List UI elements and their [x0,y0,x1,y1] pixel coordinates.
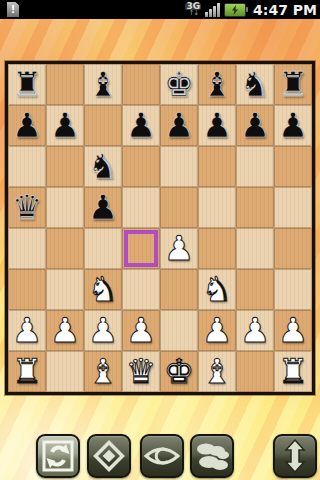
square-a5[interactable]: ♛ [8,187,46,228]
piece-white-pawn[interactable]: ♟ [236,310,274,350]
piece-white-knight[interactable]: ♞ [198,269,236,309]
eye-icon [143,437,181,475]
square-f6[interactable] [198,146,236,187]
square-d1[interactable]: ♛ [122,351,160,392]
square-a2[interactable]: ♟ [8,310,46,351]
square-d3[interactable] [122,269,160,310]
piece-white-rook[interactable]: ♜ [8,351,46,391]
square-b2[interactable]: ♟ [46,310,84,351]
square-b7[interactable]: ♟ [46,105,84,146]
piece-black-queen[interactable]: ♛ [8,187,46,227]
square-b4[interactable] [46,228,84,269]
square-e2[interactable] [160,310,198,351]
square-h5[interactable] [274,187,312,228]
square-e6[interactable] [160,146,198,187]
piece-white-bishop[interactable]: ♝ [198,351,236,391]
piece-white-king[interactable]: ♚ [160,351,198,391]
piece-black-knight[interactable]: ♞ [84,146,122,186]
square-g8[interactable]: ♞ [236,64,274,105]
square-c4[interactable] [84,228,122,269]
piece-black-pawn[interactable]: ♟ [160,105,198,145]
piece-black-knight[interactable]: ♞ [236,64,274,104]
piece-white-pawn[interactable]: ♟ [46,310,84,350]
square-c1[interactable]: ♝ [84,351,122,392]
signal-strength-icon [205,3,220,17]
status-bar-right: 3G ↑↓ 4:47 PM [185,2,320,18]
rotate-button[interactable] [36,434,80,478]
square-h3[interactable] [274,269,312,310]
clouds-button[interactable] [190,434,234,478]
square-a8[interactable]: ♜ [8,64,46,105]
updown-arrow-icon [276,437,314,475]
square-b6[interactable] [46,146,84,187]
square-g6[interactable] [236,146,274,187]
square-d8[interactable] [122,64,160,105]
square-f7[interactable]: ♟ [198,105,236,146]
piece-white-pawn[interactable]: ♟ [274,310,312,350]
square-c2[interactable]: ♟ [84,310,122,351]
square-e1[interactable]: ♚ [160,351,198,392]
square-d5[interactable] [122,187,160,228]
clouds-icon [193,437,231,475]
square-a1[interactable]: ♜ [8,351,46,392]
piece-black-rook[interactable]: ♜ [274,64,312,104]
square-f4[interactable] [198,228,236,269]
square-f5[interactable] [198,187,236,228]
square-a4[interactable] [8,228,46,269]
status-clock: 4:47 PM [253,2,317,18]
square-a7[interactable]: ♟ [8,105,46,146]
square-h8[interactable]: ♜ [274,64,312,105]
square-b5[interactable] [46,187,84,228]
square-g1[interactable] [236,351,274,392]
highlight-square-marker [124,230,158,267]
square-c8[interactable]: ♝ [84,64,122,105]
square-c6[interactable]: ♞ [84,146,122,187]
square-h7[interactable]: ♟ [274,105,312,146]
diamond-icon [90,437,128,475]
square-f2[interactable]: ♟ [198,310,236,351]
square-g4[interactable] [236,228,274,269]
square-e4[interactable]: ♟ [160,228,198,269]
square-d2[interactable]: ♟ [122,310,160,351]
piece-white-rook[interactable]: ♜ [274,351,312,391]
square-e7[interactable]: ♟ [160,105,198,146]
square-d6[interactable] [122,146,160,187]
piece-white-pawn[interactable]: ♟ [84,310,122,350]
piece-black-pawn[interactable]: ♟ [8,105,46,145]
piece-black-pawn[interactable]: ♟ [84,187,122,227]
square-g7[interactable]: ♟ [236,105,274,146]
piece-black-rook[interactable]: ♜ [8,64,46,104]
rotate-icon [39,437,77,475]
square-g3[interactable] [236,269,274,310]
square-h6[interactable] [274,146,312,187]
status-bar: ! 3G ↑↓ 4:47 PM [0,0,320,19]
piece-white-pawn[interactable]: ♟ [8,310,46,350]
square-g5[interactable] [236,187,274,228]
piece-white-bishop[interactable]: ♝ [84,351,122,391]
square-f3[interactable]: ♞ [198,269,236,310]
square-d4[interactable] [122,228,160,269]
square-c3[interactable]: ♞ [84,269,122,310]
data-arrows-icon: ↑↓ [188,10,198,17]
piece-black-pawn[interactable]: ♟ [198,105,236,145]
piece-white-pawn[interactable]: ♟ [122,310,160,350]
square-f8[interactable]: ♝ [198,64,236,105]
battery-charging-icon [224,3,246,17]
square-d7[interactable]: ♟ [122,105,160,146]
piece-black-bishop[interactable]: ♝ [198,64,236,104]
square-h4[interactable] [274,228,312,269]
square-b1[interactable] [46,351,84,392]
piece-white-knight[interactable]: ♞ [84,269,122,309]
lightning-bolt-icon [230,5,240,15]
square-c5[interactable]: ♟ [84,187,122,228]
sdcard-warning-icon: ! [7,2,19,17]
sdcard-warning-badge: ! [11,5,16,15]
piece-black-king[interactable]: ♚ [160,64,198,104]
square-e5[interactable] [160,187,198,228]
square-e3[interactable] [160,269,198,310]
3g-data-icon: 3G ↑↓ [185,3,201,17]
square-f1[interactable]: ♝ [198,351,236,392]
board-frame: ♜♝♚♝♞♜♟♟♟♟♟♟♟♞♛♟♟♞♞♟♟♟♟♟♟♟♜♝♛♚♝♜ [5,61,315,395]
piece-white-pawn[interactable]: ♟ [198,310,236,350]
piece-black-pawn[interactable]: ♟ [236,105,274,145]
piece-black-pawn[interactable]: ♟ [122,105,160,145]
square-h1[interactable]: ♜ [274,351,312,392]
eye-button[interactable] [140,434,184,478]
status-bar-left: ! [0,2,185,17]
square-g2[interactable]: ♟ [236,310,274,351]
piece-black-pawn[interactable]: ♟ [274,105,312,145]
piece-white-queen[interactable]: ♛ [122,351,160,391]
board[interactable]: ♜♝♚♝♞♜♟♟♟♟♟♟♟♞♛♟♟♞♞♟♟♟♟♟♟♟♜♝♛♚♝♜ [8,64,312,392]
square-e8[interactable]: ♚ [160,64,198,105]
square-b8[interactable] [46,64,84,105]
flip-board-button[interactable] [273,434,317,478]
square-b3[interactable] [46,269,84,310]
square-a3[interactable] [8,269,46,310]
square-h2[interactable]: ♟ [274,310,312,351]
piece-white-pawn[interactable]: ♟ [160,228,198,268]
square-c7[interactable] [84,105,122,146]
piece-black-bishop[interactable]: ♝ [84,64,122,104]
piece-black-pawn[interactable]: ♟ [46,105,84,145]
diamond-button[interactable] [87,434,131,478]
screen: { "game": "chess", "position": { "fen": … [0,0,320,480]
square-a6[interactable] [8,146,46,187]
